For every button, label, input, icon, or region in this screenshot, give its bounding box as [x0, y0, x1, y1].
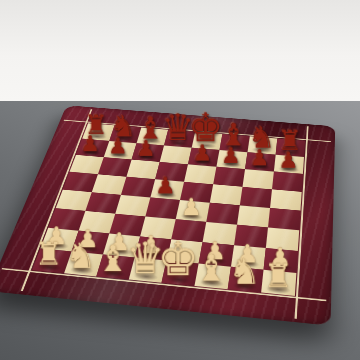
piece-white-knight-b1: ♞ [65, 238, 96, 273]
piece-white-rook-a1: ♜ [34, 239, 62, 271]
scene: ♜♞♝♛♚♝♞♜♟♟♟♟♟♟♟♟♟♟♟♟♟♟♟♟♜♞♝♛♚♝♞♜ [0, 0, 360, 360]
square-f4 [206, 203, 240, 225]
square-e4: ♟ [176, 200, 210, 222]
piece-white-bishop-f1: ♝ [195, 249, 228, 286]
square-f1: ♝ [194, 264, 230, 290]
background-wall [0, 0, 360, 101]
piece-white-bishop-c1: ♝ [97, 240, 130, 276]
square-h1: ♜ [261, 270, 296, 296]
square-e1: ♚ [162, 260, 199, 286]
square-gloss [206, 203, 240, 225]
square-g1: ♞ [228, 267, 264, 293]
piece-white-rook-h1: ♜ [264, 260, 293, 292]
piece-white-king-e1: ♚ [157, 236, 199, 283]
piece-white-knight-g1: ♞ [229, 254, 261, 290]
piece-white-pawn-e4: ♟ [181, 196, 202, 220]
